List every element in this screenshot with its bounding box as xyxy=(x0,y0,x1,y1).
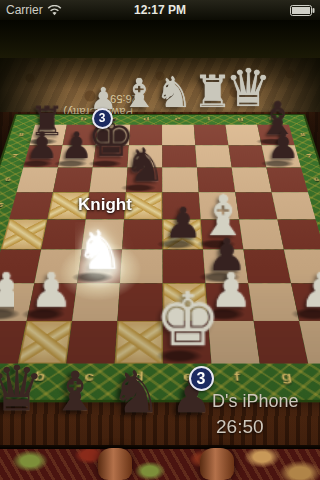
captured-black-knight: ♞ xyxy=(110,363,162,421)
square-b6[interactable] xyxy=(53,168,93,193)
battery-icon xyxy=(290,5,315,16)
black-pawn-a7[interactable]: ♟ xyxy=(25,127,58,164)
black-knight-d6[interactable]: ♞ xyxy=(123,141,165,188)
captured-count-badge: 3 xyxy=(92,108,113,129)
white-king-e1[interactable]: ♚ xyxy=(154,282,220,356)
black-pawn-h7[interactable]: ♟ xyxy=(266,127,299,164)
file-label-d: d xyxy=(131,116,163,121)
square-f7[interactable] xyxy=(195,145,231,167)
square-f8[interactable] xyxy=(194,125,229,145)
file-label-e: e xyxy=(162,116,194,121)
file-label-g: g xyxy=(261,369,313,383)
square-a6[interactable] xyxy=(17,168,58,193)
white-pawn-h2[interactable]: ♟ xyxy=(299,266,320,314)
white-pawn-b2[interactable]: ♟ xyxy=(29,266,72,314)
player-name: D's iPhone xyxy=(212,391,298,412)
file-label-h: h xyxy=(309,369,320,383)
square-e8[interactable] xyxy=(162,125,195,145)
captured-white-bishop: ♝ xyxy=(121,73,157,113)
captured-black-queen: ♛ xyxy=(0,358,45,420)
captured-count-badge: 3 xyxy=(189,366,214,391)
square-e6[interactable] xyxy=(162,168,199,193)
captured-black-bishop: ♝ xyxy=(51,365,99,419)
square-h4[interactable] xyxy=(277,219,320,249)
square-a5[interactable] xyxy=(9,192,53,219)
square-h6[interactable] xyxy=(266,168,308,193)
status-bar: Carrier 12:17 PM xyxy=(0,0,320,20)
chess-app-screen: 26:59 Pawn (Crafty) aabbccddeeffgghh8877… xyxy=(0,0,320,480)
captured-white-queen: ♛ xyxy=(225,62,272,114)
file-label-f: f xyxy=(193,116,225,121)
captured-white-knight: ♞ xyxy=(155,72,193,114)
square-h5[interactable] xyxy=(272,192,316,219)
selected-piece-label: Knight xyxy=(60,195,150,215)
white-pawn-a2[interactable]: ♟ xyxy=(0,266,27,314)
clock-time: 12:17 PM xyxy=(0,3,320,17)
player-clock: 26:50 xyxy=(216,416,264,438)
square-e7[interactable] xyxy=(162,145,197,167)
square-a4[interactable] xyxy=(1,219,48,249)
black-pawn-e4[interactable]: ♟ xyxy=(163,201,201,244)
file-label-f: f xyxy=(212,369,263,383)
white-knight-c3[interactable]: ♞ xyxy=(75,222,124,277)
